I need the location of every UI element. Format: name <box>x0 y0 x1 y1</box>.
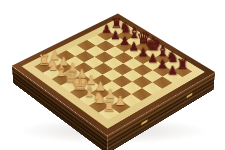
chess-board: ♜♞♝♛♚♝♞♜♟♟♟♟♟♟♟♟♟♟♟♟♟♟♟♟♜♞♝♛♚♝♞♜ <box>11 14 214 136</box>
brass-hinge-icon <box>141 119 147 125</box>
chess-box: ♜♞♝♛♚♝♞♜♟♟♟♟♟♟♟♟♟♟♟♟♟♟♟♟♜♞♝♛♚♝♞♜ <box>11 14 214 136</box>
white-rook[interactable]: ♜ <box>97 98 120 113</box>
black-pawn[interactable]: ♟ <box>161 65 183 77</box>
perspective-stage: ♜♞♝♛♚♝♞♜♟♟♟♟♟♟♟♟♟♟♟♟♟♟♟♟♜♞♝♛♚♝♞♜ <box>0 0 225 150</box>
chess-set-photo: ♜♞♝♛♚♝♞♜♟♟♟♟♟♟♟♟♟♟♟♟♟♟♟♟♜♞♝♛♚♝♞♜ <box>0 0 225 150</box>
pieces-layer: ♜♞♝♛♚♝♞♜♟♟♟♟♟♟♟♟♟♟♟♟♟♟♟♟♜♞♝♛♚♝♞♜ <box>11 14 214 136</box>
brass-hinge-icon <box>186 93 192 99</box>
